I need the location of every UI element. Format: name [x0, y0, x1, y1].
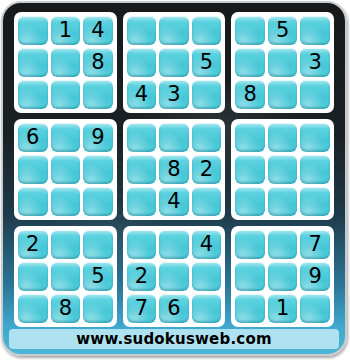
cell-r5c2[interactable] [51, 155, 81, 184]
cell-r4c4[interactable] [127, 123, 157, 152]
cell-r2c7[interactable] [235, 48, 265, 77]
cell-r9c9[interactable] [300, 294, 330, 323]
cell-r6c5[interactable]: 4 [159, 187, 189, 216]
box-2-1: 69 [14, 119, 117, 220]
cell-r2c8[interactable] [268, 48, 298, 77]
cell-r2c3[interactable]: 8 [83, 48, 113, 77]
cell-r4c9[interactable] [300, 123, 330, 152]
cell-r6c4[interactable] [127, 187, 157, 216]
cell-r1c4[interactable] [127, 16, 157, 45]
cell-r6c1[interactable] [18, 187, 48, 216]
sudoku-board: 148543538698242584276791 [14, 12, 334, 327]
cell-r1c3[interactable]: 4 [83, 16, 113, 45]
box-2-3 [231, 119, 334, 220]
cell-r8c9[interactable]: 9 [300, 262, 330, 291]
cell-r5c8[interactable] [268, 155, 298, 184]
cell-r6c9[interactable] [300, 187, 330, 216]
cell-r3c8[interactable] [268, 80, 298, 109]
cell-r5c3[interactable] [83, 155, 113, 184]
cell-r5c1[interactable] [18, 155, 48, 184]
cell-r9c7[interactable] [235, 294, 265, 323]
box-3-1: 258 [14, 226, 117, 327]
cell-r9c3[interactable] [83, 294, 113, 323]
cell-r4c3[interactable]: 9 [83, 123, 113, 152]
cell-r7c3[interactable] [83, 230, 113, 259]
cell-r6c6[interactable] [192, 187, 222, 216]
cell-r9c6[interactable] [192, 294, 222, 323]
cell-r2c9[interactable]: 3 [300, 48, 330, 77]
cell-r3c4[interactable]: 4 [127, 80, 157, 109]
cell-r1c2[interactable]: 1 [51, 16, 81, 45]
cell-r2c4[interactable] [127, 48, 157, 77]
cell-r5c6[interactable]: 2 [192, 155, 222, 184]
cell-r2c5[interactable] [159, 48, 189, 77]
cell-r8c2[interactable] [51, 262, 81, 291]
cell-r1c8[interactable]: 5 [268, 16, 298, 45]
cell-r7c8[interactable] [268, 230, 298, 259]
cell-r7c1[interactable]: 2 [18, 230, 48, 259]
cell-r4c6[interactable] [192, 123, 222, 152]
cell-r9c8[interactable]: 1 [268, 294, 298, 323]
cell-r7c9[interactable]: 7 [300, 230, 330, 259]
cell-r1c5[interactable] [159, 16, 189, 45]
cell-r2c6[interactable]: 5 [192, 48, 222, 77]
cell-r8c7[interactable] [235, 262, 265, 291]
cell-r5c5[interactable]: 8 [159, 155, 189, 184]
cell-r4c2[interactable] [51, 123, 81, 152]
cell-r1c6[interactable] [192, 16, 222, 45]
cell-r3c3[interactable] [83, 80, 113, 109]
cell-r3c7[interactable]: 8 [235, 80, 265, 109]
cell-r3c9[interactable] [300, 80, 330, 109]
cell-r5c4[interactable] [127, 155, 157, 184]
cell-r1c1[interactable] [18, 16, 48, 45]
cell-r8c3[interactable]: 5 [83, 262, 113, 291]
cell-r7c2[interactable] [51, 230, 81, 259]
box-3-2: 4276 [123, 226, 226, 327]
cell-r6c3[interactable] [83, 187, 113, 216]
cell-r2c1[interactable] [18, 48, 48, 77]
cell-r3c5[interactable]: 3 [159, 80, 189, 109]
cell-r8c5[interactable] [159, 262, 189, 291]
footer-bar: www.sudokusweb.com [9, 329, 339, 349]
cell-r9c1[interactable] [18, 294, 48, 323]
box-1-3: 538 [231, 12, 334, 113]
cell-r7c4[interactable] [127, 230, 157, 259]
cell-r6c8[interactable] [268, 187, 298, 216]
cell-r4c1[interactable]: 6 [18, 123, 48, 152]
cell-r1c7[interactable] [235, 16, 265, 45]
cell-r4c7[interactable] [235, 123, 265, 152]
cell-r3c6[interactable] [192, 80, 222, 109]
cell-r7c5[interactable] [159, 230, 189, 259]
box-1-1: 148 [14, 12, 117, 113]
cell-r4c8[interactable] [268, 123, 298, 152]
cell-r7c7[interactable] [235, 230, 265, 259]
cell-r9c5[interactable]: 6 [159, 294, 189, 323]
cell-r2c2[interactable] [51, 48, 81, 77]
box-1-2: 543 [123, 12, 226, 113]
cell-r6c2[interactable] [51, 187, 81, 216]
cell-r3c2[interactable] [51, 80, 81, 109]
cell-r7c6[interactable]: 4 [192, 230, 222, 259]
box-3-3: 791 [231, 226, 334, 327]
box-2-2: 824 [123, 119, 226, 220]
cell-r3c1[interactable] [18, 80, 48, 109]
cell-r9c4[interactable]: 7 [127, 294, 157, 323]
cell-r8c4[interactable]: 2 [127, 262, 157, 291]
cell-r9c2[interactable]: 8 [51, 294, 81, 323]
cell-r8c1[interactable] [18, 262, 48, 291]
sudoku-plaque: 148543538698242584276791 www.sudokusweb.… [1, 1, 347, 356]
cell-r6c7[interactable] [235, 187, 265, 216]
website-url: www.sudokusweb.com [76, 330, 271, 348]
cell-r1c9[interactable] [300, 16, 330, 45]
cell-r5c9[interactable] [300, 155, 330, 184]
cell-r4c5[interactable] [159, 123, 189, 152]
cell-r8c8[interactable] [268, 262, 298, 291]
cell-r5c7[interactable] [235, 155, 265, 184]
cell-r8c6[interactable] [192, 262, 222, 291]
